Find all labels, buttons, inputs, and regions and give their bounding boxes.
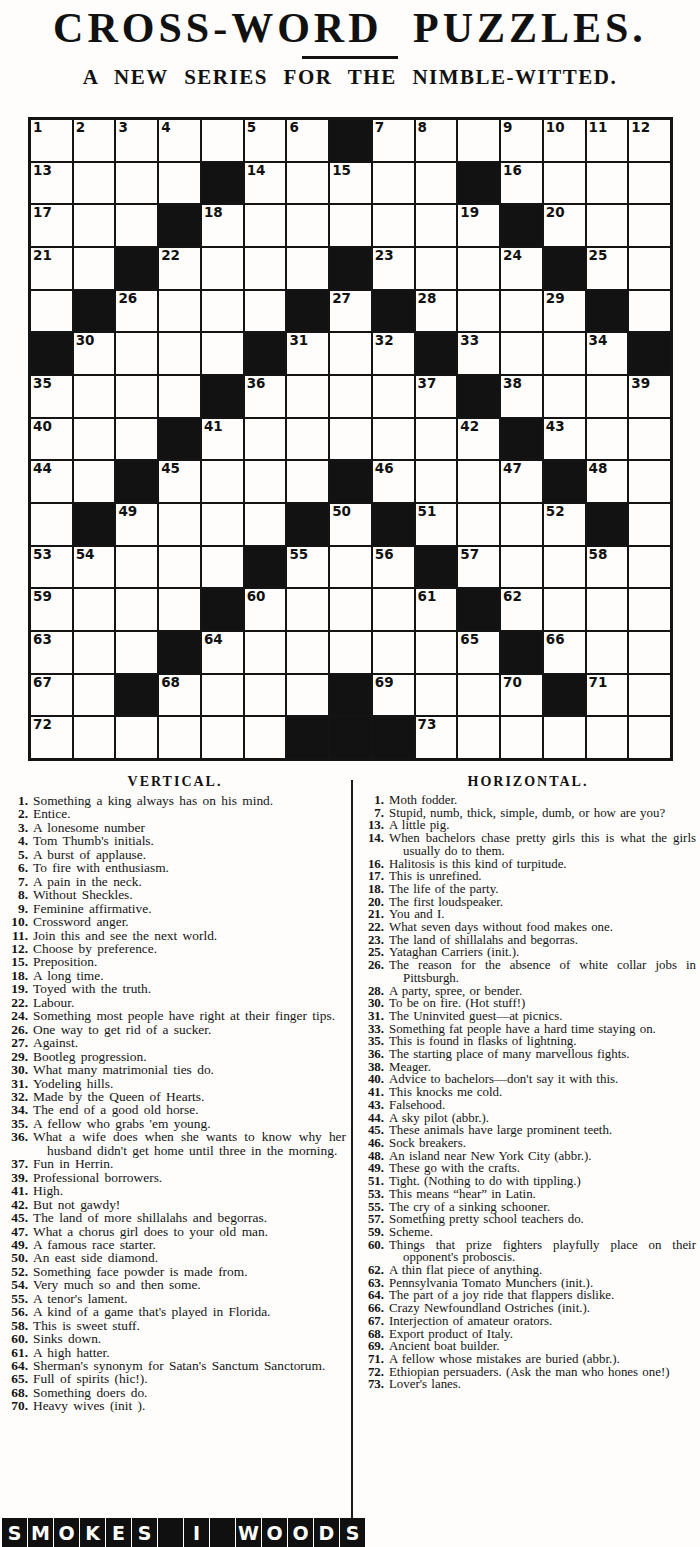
grid-cell[interactable]	[287, 163, 328, 204]
cell-number: 31	[289, 333, 308, 348]
grid-cell[interactable]: 46	[373, 461, 414, 502]
clue-text: The starting place of many marvellous fi…	[389, 1048, 698, 1061]
clue-text: Interjection of amateur orators.	[389, 1315, 698, 1328]
grid-cell[interactable]	[330, 419, 371, 460]
clue-text: A fellow who grabs 'em young.	[33, 1117, 348, 1130]
grid-cell[interactable]	[116, 376, 157, 417]
grid-cell[interactable]: 65	[458, 632, 499, 673]
clue-number: 5.	[2, 848, 33, 861]
grid-cell[interactable]	[416, 632, 457, 673]
grid-cell[interactable]	[74, 461, 115, 502]
clue-number: 1.	[2, 794, 33, 807]
grid-cell[interactable]	[74, 675, 115, 716]
grid-cell[interactable]	[245, 461, 286, 502]
clue-text: Moth fodder.	[389, 794, 698, 807]
grid-cell[interactable]: 30	[74, 333, 115, 374]
clue-number: 70.	[2, 1399, 33, 1412]
grid-cell[interactable]	[202, 291, 243, 332]
grid-cell[interactable]	[544, 589, 585, 630]
clue-number: 31.	[2, 1077, 33, 1090]
grid-cell[interactable]	[202, 248, 243, 289]
cell-number: 50	[332, 504, 351, 519]
grid-cell[interactable]: 43	[544, 419, 585, 460]
clue-item: 27.Against.	[2, 1036, 348, 1049]
grid-cell-black	[74, 291, 115, 332]
grid-cell[interactable]	[245, 291, 286, 332]
grid-cell[interactable]	[116, 163, 157, 204]
grid-cell[interactable]	[458, 675, 499, 716]
grid-cell[interactable]	[245, 632, 286, 673]
grid-cell[interactable]	[587, 419, 628, 460]
clue-text: A tenor's lament.	[33, 1292, 348, 1305]
grid-cell[interactable]: 12	[629, 120, 670, 161]
grid-cell[interactable]: 68	[159, 675, 200, 716]
grid-cell[interactable]: 29	[544, 291, 585, 332]
clue-text: Sherman's synonym for Satan's Sanctum Sa…	[33, 1359, 348, 1372]
grid-cell[interactable]	[373, 376, 414, 417]
cell-number: 48	[589, 461, 608, 476]
clue-item: 51.Tight. (Nothing to do with tippling.)	[358, 1175, 698, 1188]
grid-cell[interactable]: 67	[31, 675, 72, 716]
grid-cell[interactable]	[202, 120, 243, 161]
grid-cell[interactable]: 3	[116, 120, 157, 161]
grid-cell[interactable]	[629, 504, 670, 545]
grid-cell[interactable]	[74, 163, 115, 204]
grid-cell[interactable]	[330, 589, 371, 630]
clue-number: 62.	[358, 1264, 389, 1277]
cell-number: 25	[589, 248, 608, 263]
grid-cell[interactable]	[501, 717, 542, 758]
grid-cell[interactable]	[629, 163, 670, 204]
grid-cell[interactable]	[373, 419, 414, 460]
grid-cell[interactable]: 7	[373, 120, 414, 161]
grid-cell[interactable]: 6	[287, 120, 328, 161]
clue-number: 26.	[2, 1023, 33, 1036]
grid-cell[interactable]	[202, 504, 243, 545]
grid-cell[interactable]	[458, 291, 499, 332]
cell-number: 67	[33, 675, 52, 690]
grid-cell[interactable]	[501, 504, 542, 545]
clue-text: This is sweet stuff.	[33, 1319, 348, 1332]
grid-cell[interactable]	[544, 717, 585, 758]
grid-cell[interactable]	[116, 632, 157, 673]
grid-cell[interactable]	[458, 120, 499, 161]
clue-text: Sock breakers.	[389, 1137, 698, 1150]
grid-cell[interactable]: 54	[74, 547, 115, 588]
grid-cell[interactable]: 16	[501, 163, 542, 204]
cell-number: 37	[418, 376, 437, 391]
strip-letter-box: W	[236, 1518, 261, 1547]
clue-text: Join this and see the next world.	[33, 929, 348, 942]
grid-cell[interactable]: 66	[544, 632, 585, 673]
clue-item: 11.Join this and see the next world.	[2, 929, 348, 942]
grid-cell[interactable]	[202, 333, 243, 374]
clue-number: 19.	[2, 982, 33, 995]
cell-number: 9	[503, 120, 512, 135]
strip-letter-box	[158, 1518, 183, 1547]
grid-cell[interactable]	[245, 248, 286, 289]
clue-number: 14.	[358, 832, 389, 857]
grid-cell[interactable]	[287, 589, 328, 630]
clue-number: 1.	[358, 794, 389, 807]
grid-cell[interactable]	[74, 717, 115, 758]
grid-cell[interactable]	[74, 589, 115, 630]
grid-cell[interactable]	[544, 333, 585, 374]
grid-cell[interactable]	[629, 205, 670, 246]
grid-cell[interactable]	[587, 163, 628, 204]
grid-cell[interactable]: 48	[587, 461, 628, 502]
clue-text: Professional borrowers.	[33, 1171, 348, 1184]
clue-number: 3.	[2, 821, 33, 834]
grid-cell[interactable]: 44	[31, 461, 72, 502]
clue-number: 15.	[2, 955, 33, 968]
clue-item: 3.A lonesome number	[2, 821, 348, 834]
clue-item: 1.Moth fodder.	[358, 794, 698, 807]
grid-cell[interactable]	[587, 205, 628, 246]
grid-cell[interactable]: 26	[116, 291, 157, 332]
clue-number: 60.	[358, 1239, 389, 1264]
grid-cell[interactable]	[287, 632, 328, 673]
clue-text: What a chorus girl does to your old man.	[33, 1225, 348, 1238]
grid-cell[interactable]	[629, 632, 670, 673]
grid-cell[interactable]	[287, 675, 328, 716]
clue-item: 56.A kind of a game that's played in Flo…	[2, 1305, 348, 1318]
grid-cell[interactable]	[330, 333, 371, 374]
grid-cell[interactable]: 25	[587, 248, 628, 289]
grid-cell-black	[416, 547, 457, 588]
grid-cell[interactable]	[416, 163, 457, 204]
grid-cell[interactable]	[287, 248, 328, 289]
grid-cell[interactable]: 2	[74, 120, 115, 161]
clue-item: 2.Entice.	[2, 807, 348, 820]
grid-cell[interactable]: 73	[416, 717, 457, 758]
grid-cell[interactable]	[159, 333, 200, 374]
crossword-grid[interactable]: 1234567891011121314151617181920212223242…	[28, 117, 673, 761]
grid-cell[interactable]	[587, 632, 628, 673]
grid-cell[interactable]: 23	[373, 248, 414, 289]
grid-cell[interactable]: 69	[373, 675, 414, 716]
clue-item: 53.This means “hear” in Latin.	[358, 1188, 698, 1201]
grid-cell[interactable]: 57	[458, 547, 499, 588]
clue-number: 51.	[358, 1175, 389, 1188]
grid-cell[interactable]	[202, 717, 243, 758]
grid-cell[interactable]	[458, 248, 499, 289]
clue-text: Bootleg progression.	[33, 1050, 348, 1063]
grid-cell-black	[287, 717, 328, 758]
clue-text: A burst of applause.	[33, 848, 348, 861]
grid-cell-black	[330, 461, 371, 502]
horizontal-clues-list: 1.Moth fodder.7.Stupid, numb, thick, sim…	[358, 794, 698, 1391]
page-title: CROSS-WORD PUZZLES.	[0, 4, 700, 52]
grid-cell[interactable]	[202, 675, 243, 716]
cell-number: 63	[33, 632, 52, 647]
cell-number: 45	[161, 461, 180, 476]
grid-cell[interactable]: 71	[587, 675, 628, 716]
grid-cell[interactable]	[587, 589, 628, 630]
grid-cell[interactable]	[629, 547, 670, 588]
grid-cell[interactable]	[74, 376, 115, 417]
grid-cell[interactable]	[330, 632, 371, 673]
grid-cell[interactable]	[416, 461, 457, 502]
grid-cell[interactable]: 58	[587, 547, 628, 588]
grid-cell[interactable]	[629, 291, 670, 332]
clue-item: 8.Without Sheckles.	[2, 888, 348, 901]
grid-cell[interactable]: 31	[287, 333, 328, 374]
grid-cell[interactable]	[116, 333, 157, 374]
grid-cell[interactable]: 45	[159, 461, 200, 502]
strip-letter-box: O	[288, 1518, 313, 1547]
clue-item: 1.Something a king always has on his min…	[2, 794, 348, 807]
grid-cell[interactable]	[287, 205, 328, 246]
clue-number: 45.	[2, 1211, 33, 1224]
grid-cell[interactable]: 15	[330, 163, 371, 204]
grid-cell[interactable]: 64	[202, 632, 243, 673]
grid-cell[interactable]: 4	[159, 120, 200, 161]
grid-cell[interactable]	[416, 205, 457, 246]
grid-cell[interactable]: 1	[31, 120, 72, 161]
grid-cell[interactable]: 52	[544, 504, 585, 545]
clue-number: 22.	[2, 996, 33, 1009]
clue-text: A high hatter.	[33, 1346, 348, 1359]
grid-cell[interactable]: 60	[245, 589, 286, 630]
clue-item: 6.To fire with enthusiasm.	[2, 861, 348, 874]
clue-text: But not gawdy!	[33, 1198, 348, 1211]
grid-cell-black	[501, 419, 542, 460]
clue-number: 37.	[2, 1157, 33, 1170]
grid-cell[interactable]	[245, 205, 286, 246]
grid-cell-black	[587, 504, 628, 545]
grid-cell[interactable]	[416, 248, 457, 289]
grid-cell[interactable]: 13	[31, 163, 72, 204]
clue-item: 55.A tenor's lament.	[2, 1292, 348, 1305]
grid-cell[interactable]: 8	[416, 120, 457, 161]
grid-cell[interactable]: 53	[31, 547, 72, 588]
grid-cell[interactable]: 21	[31, 248, 72, 289]
clue-item: 30.What many matrimonial ties do.	[2, 1063, 348, 1076]
grid-cell[interactable]	[245, 717, 286, 758]
clue-number: 10.	[2, 915, 33, 928]
clue-text: Without Sheckles.	[33, 888, 348, 901]
grid-cell-black	[245, 547, 286, 588]
grid-cell[interactable]	[629, 461, 670, 502]
cell-number: 33	[460, 333, 479, 348]
grid-cell[interactable]: 22	[159, 248, 200, 289]
grid-cell[interactable]: 27	[330, 291, 371, 332]
grid-cell[interactable]	[116, 205, 157, 246]
clue-item: 26.One way to get rid of a sucker.	[2, 1023, 348, 1036]
grid-cell[interactable]	[159, 589, 200, 630]
grid-cell[interactable]	[159, 547, 200, 588]
grid-cell[interactable]	[159, 291, 200, 332]
clue-item: 61.A high hatter.	[2, 1346, 348, 1359]
grid-cell[interactable]	[458, 717, 499, 758]
grid-cell[interactable]	[159, 504, 200, 545]
grid-cell[interactable]	[629, 419, 670, 460]
grid-cell[interactable]: 37	[416, 376, 457, 417]
grid-cell[interactable]	[544, 376, 585, 417]
clue-number: 42.	[2, 1198, 33, 1211]
grid-cell[interactable]: 49	[116, 504, 157, 545]
grid-cell[interactable]	[501, 291, 542, 332]
clue-item: 39.Professional borrowers.	[2, 1171, 348, 1184]
grid-cell[interactable]: 14	[245, 163, 286, 204]
clue-number: 59.	[358, 1226, 389, 1239]
cell-number: 40	[33, 419, 52, 434]
grid-cell[interactable]	[501, 333, 542, 374]
grid-cell[interactable]	[31, 504, 72, 545]
grid-cell[interactable]	[373, 632, 414, 673]
grid-cell[interactable]	[202, 547, 243, 588]
grid-cell[interactable]: 62	[501, 589, 542, 630]
strip-letter-box: K	[80, 1518, 105, 1547]
grid-cell[interactable]: 10	[544, 120, 585, 161]
grid-cell[interactable]	[287, 419, 328, 460]
grid-cell[interactable]	[416, 419, 457, 460]
grid-cell[interactable]: 61	[416, 589, 457, 630]
grid-cell[interactable]	[202, 461, 243, 502]
grid-cell[interactable]: 72	[31, 717, 72, 758]
clue-text: Something doers do.	[33, 1386, 348, 1399]
strip-letter-box: S	[132, 1518, 157, 1547]
grid-cell[interactable]: 11	[587, 120, 628, 161]
grid-cell[interactable]	[629, 589, 670, 630]
clue-item: 31.Yodeling hills.	[2, 1077, 348, 1090]
grid-cell[interactable]	[416, 675, 457, 716]
grid-cell[interactable]	[245, 675, 286, 716]
grid-cell[interactable]: 33	[458, 333, 499, 374]
clue-item: 41.High.	[2, 1184, 348, 1197]
cell-number: 5	[247, 120, 256, 135]
grid-cell[interactable]: 47	[501, 461, 542, 502]
clue-item: 45.The land of more shillalahs and begor…	[2, 1211, 348, 1224]
grid-cell[interactable]	[544, 547, 585, 588]
grid-cell[interactable]	[544, 163, 585, 204]
grid-cell[interactable]: 51	[416, 504, 457, 545]
clue-text: Feminine affirmative.	[33, 902, 348, 915]
clue-item: 29.Bootleg progression.	[2, 1050, 348, 1063]
grid-cell-black	[287, 291, 328, 332]
clue-number: 66.	[358, 1302, 389, 1315]
grid-cell[interactable]	[245, 504, 286, 545]
grid-cell[interactable]: 5	[245, 120, 286, 161]
grid-cell[interactable]	[587, 376, 628, 417]
grid-cell[interactable]	[458, 504, 499, 545]
clue-text: Very much so and then some.	[33, 1278, 348, 1291]
clue-item: 49.A famous race starter.	[2, 1238, 348, 1251]
grid-cell[interactable]: 19	[458, 205, 499, 246]
grid-cell[interactable]	[629, 248, 670, 289]
grid-cell[interactable]	[287, 461, 328, 502]
grid-cell[interactable]: 24	[501, 248, 542, 289]
grid-cell[interactable]: 39	[629, 376, 670, 417]
cell-number: 1	[33, 120, 42, 135]
cell-number: 11	[589, 120, 608, 135]
grid-cell[interactable]	[373, 589, 414, 630]
grid-cell[interactable]	[74, 632, 115, 673]
grid-cell[interactable]	[587, 717, 628, 758]
cell-number: 59	[33, 589, 52, 604]
grid-cell[interactable]	[74, 248, 115, 289]
grid-cell[interactable]	[159, 376, 200, 417]
clue-item: 67.Interjection of amateur orators.	[358, 1315, 698, 1328]
clue-text: Crazy Newfoundland Ostriches (init.).	[389, 1302, 698, 1315]
grid-cell[interactable]: 36	[245, 376, 286, 417]
clue-number: 4.	[2, 834, 33, 847]
grid-cell[interactable]	[116, 419, 157, 460]
clue-text: To fire with enthusiasm.	[33, 861, 348, 874]
clue-number: 49.	[2, 1238, 33, 1251]
grid-cell[interactable]: 9	[501, 120, 542, 161]
grid-cell[interactable]: 32	[373, 333, 414, 374]
grid-cell[interactable]: 17	[31, 205, 72, 246]
clue-item: 52.Something face powder is made from.	[2, 1265, 348, 1278]
clue-item: 60.Things that prize fighters playfully …	[358, 1239, 698, 1264]
clue-item: 59.Scheme.	[358, 1226, 698, 1239]
grid-cell[interactable]	[74, 419, 115, 460]
grid-cell[interactable]: 18	[202, 205, 243, 246]
clue-number: 68.	[2, 1386, 33, 1399]
cell-number: 41	[204, 419, 223, 434]
grid-cell[interactable]: 38	[501, 376, 542, 417]
grid-cell[interactable]	[458, 461, 499, 502]
grid-cell[interactable]	[159, 163, 200, 204]
grid-cell[interactable]: 28	[416, 291, 457, 332]
clue-number: 41.	[358, 1086, 389, 1099]
grid-cell[interactable]: 34	[587, 333, 628, 374]
clue-item: 10.Crossword anger.	[2, 915, 348, 928]
grid-cell[interactable]	[31, 291, 72, 332]
clue-item: 68.Something doers do.	[2, 1386, 348, 1399]
grid-cell[interactable]: 41	[202, 419, 243, 460]
grid-cell[interactable]	[629, 675, 670, 716]
grid-cell[interactable]: 55	[287, 547, 328, 588]
clue-text: A fellow whose mistakes are buried (abbr…	[389, 1353, 698, 1366]
grid-cell[interactable]	[373, 205, 414, 246]
clue-item: 19.Toyed with the truth.	[2, 982, 348, 995]
grid-cell[interactable]: 59	[31, 589, 72, 630]
grid-cell[interactable]	[629, 717, 670, 758]
grid-cell[interactable]	[501, 547, 542, 588]
grid-cell[interactable]	[74, 205, 115, 246]
cell-number: 3	[118, 120, 127, 135]
clue-text: The land of more shillalahs and begorras…	[33, 1211, 348, 1224]
cell-number: 53	[33, 547, 52, 562]
grid-cell[interactable]: 50	[330, 504, 371, 545]
grid-cell[interactable]: 40	[31, 419, 72, 460]
title-rule	[302, 56, 398, 59]
grid-cell[interactable]	[330, 205, 371, 246]
grid-cell[interactable]: 70	[501, 675, 542, 716]
grid-cell[interactable]	[373, 163, 414, 204]
grid-cell[interactable]	[330, 547, 371, 588]
grid-cell[interactable]	[330, 376, 371, 417]
grid-cell[interactable]	[116, 547, 157, 588]
clue-text: The life of the party.	[389, 883, 698, 896]
grid-cell[interactable]: 56	[373, 547, 414, 588]
grid-cell[interactable]	[287, 376, 328, 417]
grid-cell[interactable]	[116, 717, 157, 758]
grid-cell[interactable]: 20	[544, 205, 585, 246]
clue-number: 2.	[2, 807, 33, 820]
clue-item: 22.Labour.	[2, 996, 348, 1009]
grid-cell[interactable]	[116, 589, 157, 630]
cell-number: 72	[33, 717, 52, 732]
grid-cell[interactable]: 42	[458, 419, 499, 460]
grid-cell[interactable]	[159, 717, 200, 758]
grid-cell[interactable]	[245, 419, 286, 460]
grid-cell[interactable]: 35	[31, 376, 72, 417]
grid-cell[interactable]: 63	[31, 632, 72, 673]
